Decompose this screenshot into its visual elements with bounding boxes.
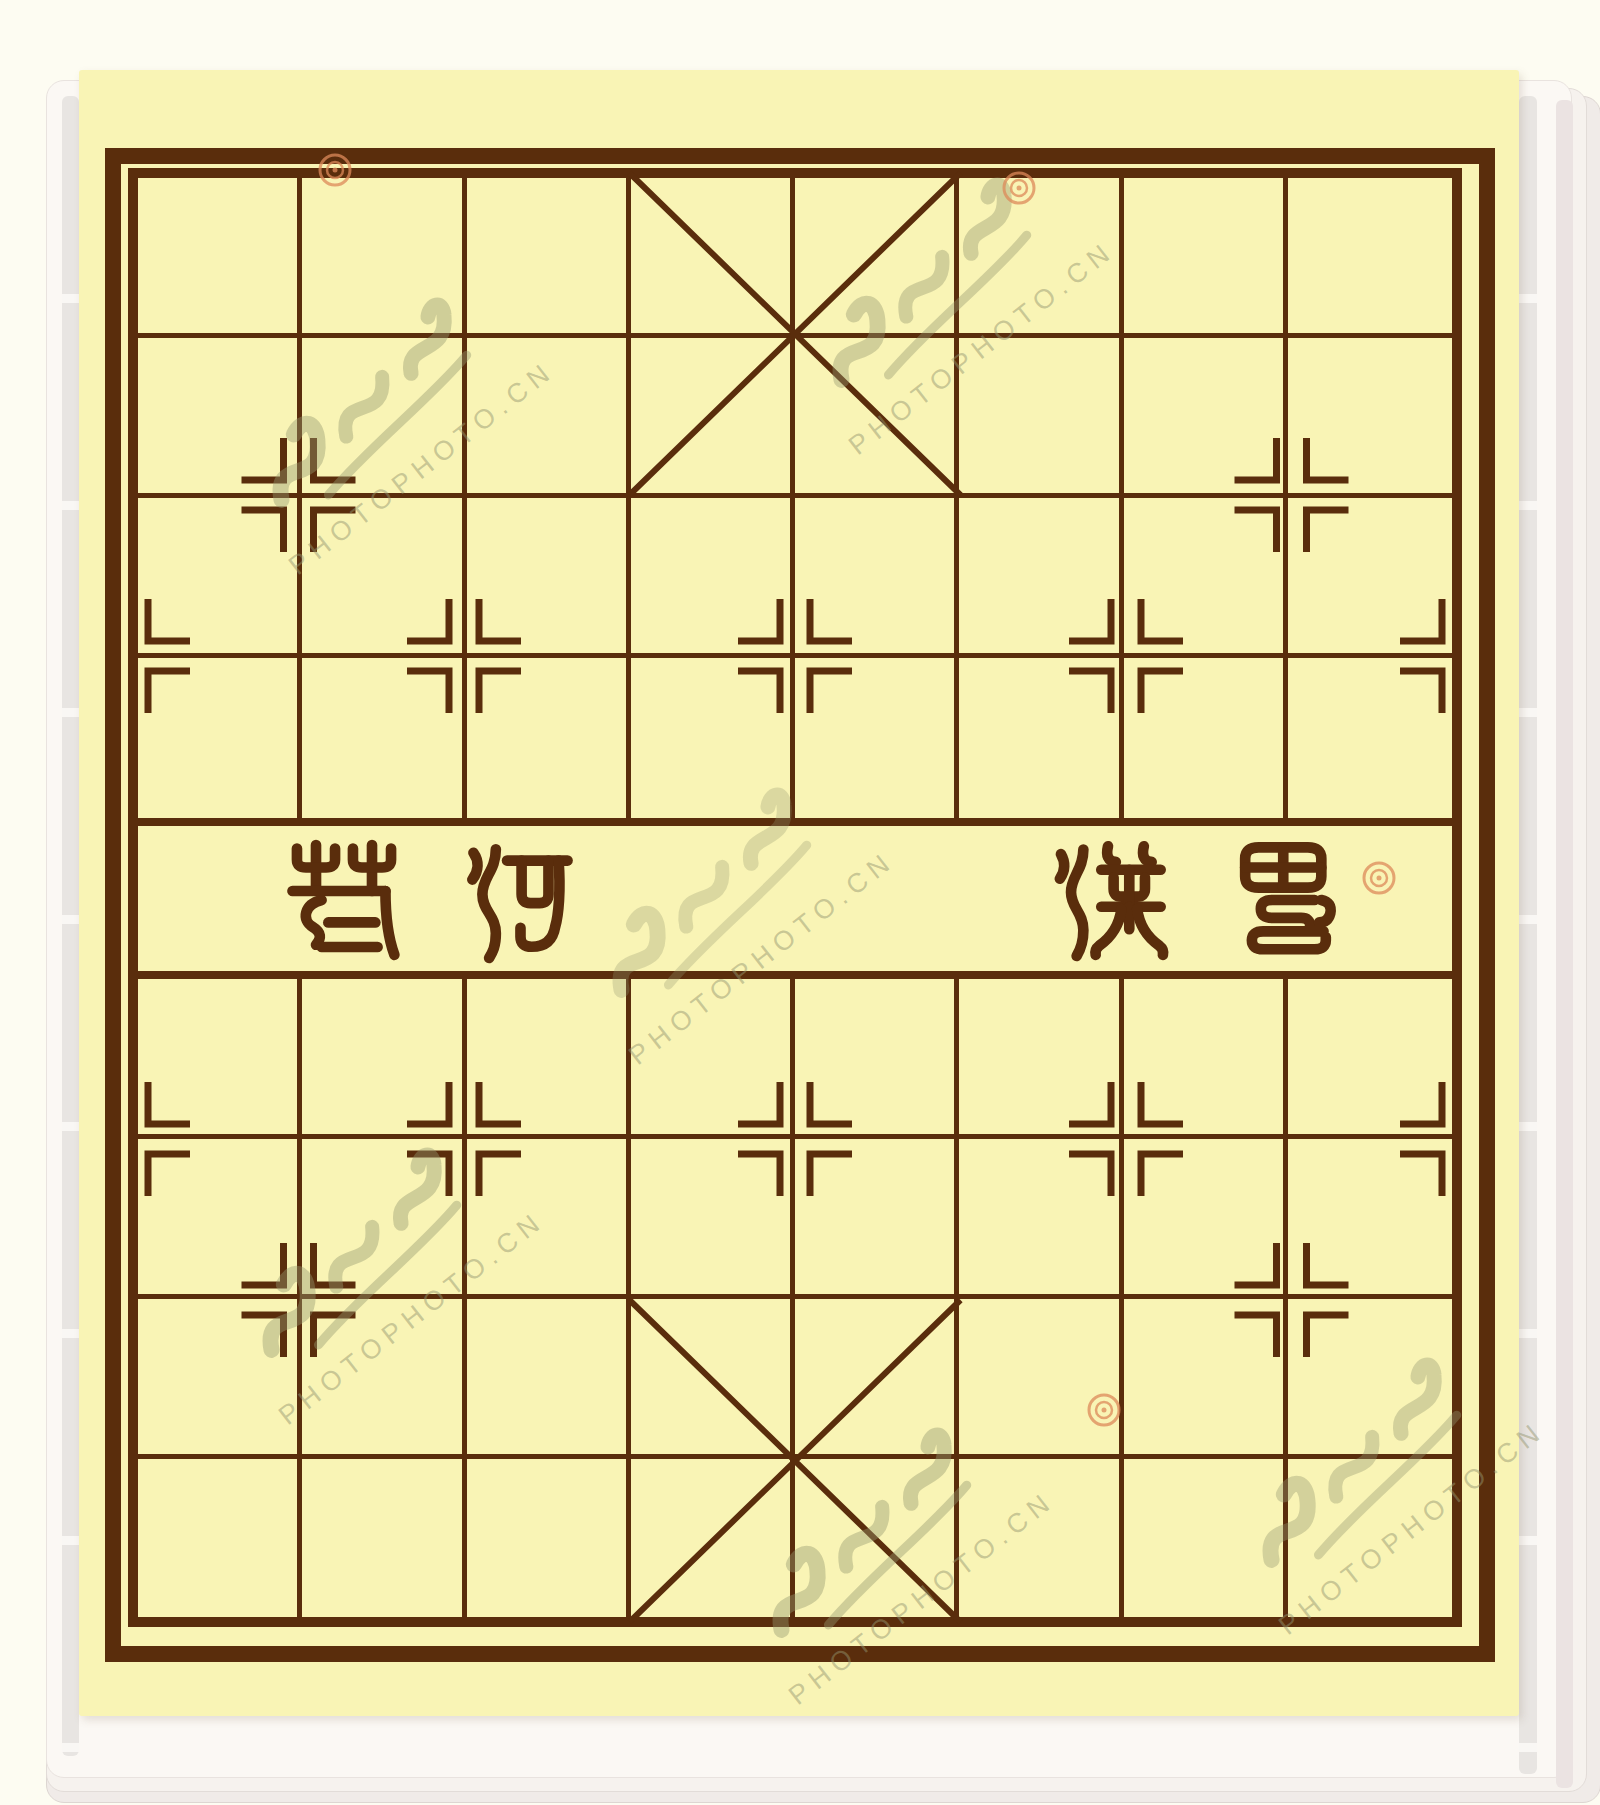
board-cell xyxy=(1288,1139,1452,1299)
board-cell xyxy=(302,1459,466,1617)
board-cell xyxy=(631,338,795,498)
river-char-jie xyxy=(1245,847,1330,949)
board-cell xyxy=(1124,178,1288,338)
board-cell xyxy=(467,1299,631,1459)
watermark-stamp-icon xyxy=(999,168,1039,208)
board-cell xyxy=(631,1299,795,1459)
board-cell xyxy=(138,178,302,338)
board-cell xyxy=(1288,658,1452,818)
board-cell xyxy=(1124,658,1288,818)
board-cell xyxy=(1288,979,1452,1139)
board-cell xyxy=(795,1139,959,1299)
board-cell xyxy=(1288,498,1452,658)
board-cell xyxy=(1124,498,1288,658)
board-cell xyxy=(467,498,631,658)
board-cell xyxy=(959,658,1123,818)
board-cell xyxy=(795,979,959,1139)
board-cell xyxy=(138,1459,302,1617)
xiangqi-board-card: PHOTOPHOTO.CN PHOTOPHOTO.CN PHOTOPHOTO.C… xyxy=(79,70,1519,1716)
board-cell xyxy=(138,658,302,818)
board-cell xyxy=(631,1139,795,1299)
board-cell xyxy=(467,658,631,818)
board-cell xyxy=(1124,1139,1288,1299)
board-cell xyxy=(631,178,795,338)
board-cell xyxy=(959,498,1123,658)
board-cell xyxy=(959,1139,1123,1299)
board-cell xyxy=(302,658,466,818)
paper-edge-right xyxy=(1519,96,1537,1774)
board-cell xyxy=(138,979,302,1139)
watermark-stamp-icon xyxy=(1359,858,1399,898)
board-cell xyxy=(1124,979,1288,1139)
watermark-stamp-icon xyxy=(315,150,355,190)
board-cell xyxy=(1124,1299,1288,1459)
watermark-stamp-icon xyxy=(1084,1390,1124,1430)
paper-edge-left xyxy=(62,96,79,1756)
board-cell xyxy=(467,1459,631,1617)
board-cell xyxy=(631,498,795,658)
board-cell xyxy=(959,979,1123,1139)
river-char-han xyxy=(1060,846,1163,956)
board-cell xyxy=(795,498,959,658)
board-cell xyxy=(1288,178,1452,338)
board-cell xyxy=(1288,338,1452,498)
board-cell xyxy=(1124,338,1288,498)
river-char-chu xyxy=(292,845,394,955)
paper-edge-right-outer xyxy=(1556,100,1573,1788)
